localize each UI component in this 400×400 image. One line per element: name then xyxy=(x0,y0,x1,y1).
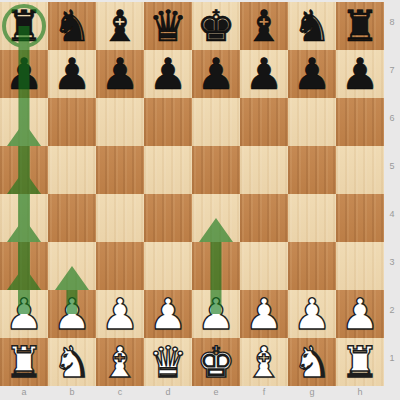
square-a1[interactable]: ♜ xyxy=(0,338,48,386)
chess-app: ♜♞♝♛♚♝♞♜♟♟♟♟♟♟♟♟♟♟♟♟♟♟♟♟♜♞♝♛♚♝♞♜ abcdefg… xyxy=(0,0,400,400)
square-e7[interactable]: ♟ xyxy=(192,50,240,98)
piece-black-rook-h8[interactable]: ♜ xyxy=(336,2,384,50)
piece-white-queen-d1[interactable]: ♛ xyxy=(144,338,192,386)
square-b3[interactable] xyxy=(48,242,96,290)
square-h8[interactable]: ♜ xyxy=(336,2,384,50)
square-c3[interactable] xyxy=(96,242,144,290)
square-e1[interactable]: ♚ xyxy=(192,338,240,386)
piece-white-pawn-e2[interactable]: ♟ xyxy=(192,290,240,338)
square-c6[interactable] xyxy=(96,98,144,146)
square-d4[interactable] xyxy=(144,194,192,242)
square-g1[interactable]: ♞ xyxy=(288,338,336,386)
square-g7[interactable]: ♟ xyxy=(288,50,336,98)
square-g6[interactable] xyxy=(288,98,336,146)
piece-white-knight-g1[interactable]: ♞ xyxy=(288,338,336,386)
file-label-e: e xyxy=(192,386,240,400)
rank-label-4: 4 xyxy=(384,190,400,238)
piece-white-pawn-d2[interactable]: ♟ xyxy=(144,290,192,338)
square-c2[interactable]: ♟ xyxy=(96,290,144,338)
rank-label-5: 5 xyxy=(384,142,400,190)
piece-black-pawn-b7[interactable]: ♟ xyxy=(48,50,96,98)
square-c5[interactable] xyxy=(96,146,144,194)
piece-white-pawn-h2[interactable]: ♟ xyxy=(336,290,384,338)
square-b6[interactable] xyxy=(48,98,96,146)
rank-label-3: 3 xyxy=(384,238,400,286)
square-d5[interactable] xyxy=(144,146,192,194)
square-d3[interactable] xyxy=(144,242,192,290)
square-b4[interactable] xyxy=(48,194,96,242)
piece-white-king-e1[interactable]: ♚ xyxy=(192,338,240,386)
square-d6[interactable] xyxy=(144,98,192,146)
file-label-b: b xyxy=(48,386,96,400)
square-g5[interactable] xyxy=(288,146,336,194)
piece-black-pawn-e7[interactable]: ♟ xyxy=(192,50,240,98)
square-g8[interactable]: ♞ xyxy=(288,2,336,50)
square-h5[interactable] xyxy=(336,146,384,194)
square-h6[interactable] xyxy=(336,98,384,146)
square-a4[interactable] xyxy=(0,194,48,242)
square-h3[interactable] xyxy=(336,242,384,290)
square-h1[interactable]: ♜ xyxy=(336,338,384,386)
chess-board[interactable]: ♜♞♝♛♚♝♞♜♟♟♟♟♟♟♟♟♟♟♟♟♟♟♟♟♜♞♝♛♚♝♞♜ xyxy=(0,2,384,386)
file-label-c: c xyxy=(96,386,144,400)
square-b5[interactable] xyxy=(48,146,96,194)
square-g4[interactable] xyxy=(288,194,336,242)
piece-white-pawn-f2[interactable]: ♟ xyxy=(240,290,288,338)
square-c1[interactable]: ♝ xyxy=(96,338,144,386)
square-h2[interactable]: ♟ xyxy=(336,290,384,338)
piece-black-king-e8[interactable]: ♚ xyxy=(192,2,240,50)
piece-white-pawn-a2[interactable]: ♟ xyxy=(0,290,48,338)
square-h7[interactable]: ♟ xyxy=(336,50,384,98)
rank-coordinates: 87654321 xyxy=(384,2,400,386)
file-label-f: f xyxy=(240,386,288,400)
square-b7[interactable]: ♟ xyxy=(48,50,96,98)
piece-black-pawn-g7[interactable]: ♟ xyxy=(288,50,336,98)
square-e5[interactable] xyxy=(192,146,240,194)
square-e2[interactable]: ♟ xyxy=(192,290,240,338)
square-d7[interactable]: ♟ xyxy=(144,50,192,98)
rank-label-2: 2 xyxy=(384,286,400,334)
piece-black-pawn-a7[interactable]: ♟ xyxy=(0,50,48,98)
file-label-a: a xyxy=(0,386,48,400)
square-e4[interactable] xyxy=(192,194,240,242)
square-d1[interactable]: ♛ xyxy=(144,338,192,386)
piece-black-pawn-c7[interactable]: ♟ xyxy=(96,50,144,98)
piece-white-pawn-c2[interactable]: ♟ xyxy=(96,290,144,338)
piece-white-rook-a1[interactable]: ♜ xyxy=(0,338,48,386)
square-e6[interactable] xyxy=(192,98,240,146)
piece-black-pawn-f7[interactable]: ♟ xyxy=(240,50,288,98)
square-f1[interactable]: ♝ xyxy=(240,338,288,386)
square-a2[interactable]: ♟ xyxy=(0,290,48,338)
square-a8[interactable]: ♜ xyxy=(0,2,48,50)
square-f6[interactable] xyxy=(240,98,288,146)
piece-white-pawn-b2[interactable]: ♟ xyxy=(48,290,96,338)
piece-black-bishop-c8[interactable]: ♝ xyxy=(96,2,144,50)
square-g2[interactable]: ♟ xyxy=(288,290,336,338)
piece-black-pawn-h7[interactable]: ♟ xyxy=(336,50,384,98)
square-f4[interactable] xyxy=(240,194,288,242)
square-g3[interactable] xyxy=(288,242,336,290)
square-f2[interactable]: ♟ xyxy=(240,290,288,338)
file-label-g: g xyxy=(288,386,336,400)
square-f7[interactable]: ♟ xyxy=(240,50,288,98)
square-h4[interactable] xyxy=(336,194,384,242)
piece-white-bishop-f1[interactable]: ♝ xyxy=(240,338,288,386)
square-a7[interactable]: ♟ xyxy=(0,50,48,98)
rank-label-6: 6 xyxy=(384,94,400,142)
square-a6[interactable] xyxy=(0,98,48,146)
square-a3[interactable] xyxy=(0,242,48,290)
square-a5[interactable] xyxy=(0,146,48,194)
rank-label-7: 7 xyxy=(384,46,400,94)
square-b2[interactable]: ♟ xyxy=(48,290,96,338)
square-f8[interactable]: ♝ xyxy=(240,2,288,50)
rank-label-1: 1 xyxy=(384,334,400,382)
square-d8[interactable]: ♛ xyxy=(144,2,192,50)
rank-label-8: 8 xyxy=(384,0,400,46)
square-d2[interactable]: ♟ xyxy=(144,290,192,338)
piece-black-pawn-d7[interactable]: ♟ xyxy=(144,50,192,98)
piece-white-knight-b1[interactable]: ♞ xyxy=(48,338,96,386)
file-coordinates: abcdefgh xyxy=(0,386,384,400)
board-top-frame xyxy=(0,0,400,2)
piece-black-knight-b8[interactable]: ♞ xyxy=(48,2,96,50)
square-e3[interactable] xyxy=(192,242,240,290)
piece-white-rook-h1[interactable]: ♜ xyxy=(336,338,384,386)
square-c7[interactable]: ♟ xyxy=(96,50,144,98)
square-b8[interactable]: ♞ xyxy=(48,2,96,50)
piece-black-rook-a8[interactable]: ♜ xyxy=(0,2,48,50)
square-e8[interactable]: ♚ xyxy=(192,2,240,50)
piece-white-bishop-c1[interactable]: ♝ xyxy=(96,338,144,386)
piece-black-bishop-f8[interactable]: ♝ xyxy=(240,2,288,50)
file-label-d: d xyxy=(144,386,192,400)
piece-black-knight-g8[interactable]: ♞ xyxy=(288,2,336,50)
square-f3[interactable] xyxy=(240,242,288,290)
square-f5[interactable] xyxy=(240,146,288,194)
square-c8[interactable]: ♝ xyxy=(96,2,144,50)
square-b1[interactable]: ♞ xyxy=(48,338,96,386)
square-c4[interactable] xyxy=(96,194,144,242)
piece-black-queen-d8[interactable]: ♛ xyxy=(144,2,192,50)
piece-white-pawn-g2[interactable]: ♟ xyxy=(288,290,336,338)
file-label-h: h xyxy=(336,386,384,400)
